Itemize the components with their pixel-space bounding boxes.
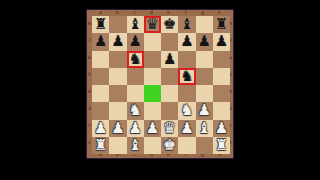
- square-d2[interactable]: ♟: [144, 120, 161, 137]
- piece-white-bishop: ♝: [196, 120, 213, 137]
- square-h5[interactable]: [213, 68, 230, 85]
- square-b4[interactable]: [109, 85, 126, 102]
- square-b2[interactable]: ♟: [109, 120, 126, 137]
- square-a6[interactable]: [92, 51, 109, 68]
- square-e4[interactable]: [161, 85, 178, 102]
- square-e3[interactable]: [161, 102, 178, 119]
- piece-black-queen: ♛: [144, 16, 161, 33]
- square-a3[interactable]: [92, 102, 109, 119]
- square-b8[interactable]: [109, 16, 126, 33]
- square-g8[interactable]: [196, 16, 213, 33]
- piece-black-bishop: ♝: [178, 16, 195, 33]
- piece-white-queen: ♛: [161, 120, 178, 137]
- piece-black-pawn: ♟: [196, 33, 213, 50]
- piece-black-rook: ♜: [213, 16, 230, 33]
- piece-white-bishop: ♝: [127, 137, 144, 154]
- piece-black-knight: ♞: [127, 51, 144, 68]
- square-g5[interactable]: [196, 68, 213, 85]
- square-c4[interactable]: [127, 85, 144, 102]
- square-e5[interactable]: [161, 68, 178, 85]
- square-a4[interactable]: [92, 85, 109, 102]
- piece-black-knight: ♞: [178, 68, 195, 85]
- piece-white-rook: ♜: [213, 137, 230, 154]
- square-b1[interactable]: [109, 137, 126, 154]
- piece-white-pawn: ♟: [92, 120, 109, 137]
- piece-white-rook: ♜: [92, 137, 109, 154]
- square-f6[interactable]: [178, 51, 195, 68]
- piece-white-pawn: ♟: [127, 120, 144, 137]
- square-c3[interactable]: ♞: [127, 102, 144, 119]
- square-f4[interactable]: [178, 85, 195, 102]
- square-f8[interactable]: ♝: [178, 16, 195, 33]
- piece-white-pawn: ♟: [178, 120, 195, 137]
- square-a1[interactable]: ♜: [92, 137, 109, 154]
- square-c2[interactable]: ♟: [127, 120, 144, 137]
- square-h4[interactable]: [213, 85, 230, 102]
- piece-black-pawn: ♟: [109, 33, 126, 50]
- square-g6[interactable]: [196, 51, 213, 68]
- square-e6[interactable]: ♟: [161, 51, 178, 68]
- square-d3[interactable]: [144, 102, 161, 119]
- square-d5[interactable]: [144, 68, 161, 85]
- square-d6[interactable]: [144, 51, 161, 68]
- red-highlight-c6: [127, 51, 144, 68]
- square-a5[interactable]: [92, 68, 109, 85]
- square-g7[interactable]: ♟: [196, 33, 213, 50]
- board-grid: ♜♝♛♚♝♜♟♟♟♟♟♟♞♟♞♞♞♟♟♟♟♟♛♟♝♟♜♝♚♜: [92, 16, 230, 154]
- square-c6[interactable]: ♞: [127, 51, 144, 68]
- piece-black-king: ♚: [161, 16, 178, 33]
- piece-black-pawn: ♟: [92, 33, 109, 50]
- square-c5[interactable]: [127, 68, 144, 85]
- square-f2[interactable]: ♟: [178, 120, 195, 137]
- square-d1[interactable]: [144, 137, 161, 154]
- piece-black-pawn: ♟: [178, 33, 195, 50]
- square-c7[interactable]: ♟: [127, 33, 144, 50]
- square-c1[interactable]: ♝: [127, 137, 144, 154]
- square-a7[interactable]: ♟: [92, 33, 109, 50]
- square-c8[interactable]: ♝: [127, 16, 144, 33]
- chess-board: abcdefgh abcdefgh 87654321 87654321 ♜♝♛♚…: [86, 9, 234, 159]
- piece-white-pawn: ♟: [196, 102, 213, 119]
- square-b5[interactable]: [109, 68, 126, 85]
- square-d8[interactable]: ♛: [144, 16, 161, 33]
- square-f3[interactable]: ♞: [178, 102, 195, 119]
- square-h7[interactable]: ♟: [213, 33, 230, 50]
- square-b7[interactable]: ♟: [109, 33, 126, 50]
- square-h6[interactable]: [213, 51, 230, 68]
- square-a8[interactable]: ♜: [92, 16, 109, 33]
- piece-white-pawn: ♟: [144, 120, 161, 137]
- piece-white-king: ♚: [161, 137, 178, 154]
- piece-white-knight: ♞: [178, 102, 195, 119]
- square-e1[interactable]: ♚: [161, 137, 178, 154]
- square-h2[interactable]: ♟: [213, 120, 230, 137]
- piece-black-pawn: ♟: [127, 33, 144, 50]
- video-frame: abcdefgh abcdefgh 87654321 87654321 ♜♝♛♚…: [0, 0, 320, 180]
- square-g2[interactable]: ♝: [196, 120, 213, 137]
- piece-black-bishop: ♝: [127, 16, 144, 33]
- piece-white-pawn: ♟: [213, 120, 230, 137]
- square-g4[interactable]: [196, 85, 213, 102]
- square-d4[interactable]: [144, 85, 161, 102]
- piece-black-pawn: ♟: [161, 51, 178, 68]
- square-h8[interactable]: ♜: [213, 16, 230, 33]
- square-f7[interactable]: ♟: [178, 33, 195, 50]
- piece-black-rook: ♜: [92, 16, 109, 33]
- square-g1[interactable]: [196, 137, 213, 154]
- square-e2[interactable]: ♛: [161, 120, 178, 137]
- piece-white-pawn: ♟: [109, 120, 126, 137]
- square-h1[interactable]: ♜: [213, 137, 230, 154]
- square-h3[interactable]: [213, 102, 230, 119]
- red-highlight-d8: [144, 16, 161, 33]
- square-e7[interactable]: [161, 33, 178, 50]
- piece-black-pawn: ♟: [213, 33, 230, 50]
- square-d7[interactable]: [144, 33, 161, 50]
- piece-white-knight: ♞: [127, 102, 144, 119]
- square-b6[interactable]: [109, 51, 126, 68]
- square-b3[interactable]: [109, 102, 126, 119]
- square-f5[interactable]: ♞: [178, 68, 195, 85]
- square-g3[interactable]: ♟: [196, 102, 213, 119]
- square-e8[interactable]: ♚: [161, 16, 178, 33]
- square-a2[interactable]: ♟: [92, 120, 109, 137]
- square-f1[interactable]: [178, 137, 195, 154]
- red-highlight-f5: [178, 68, 195, 85]
